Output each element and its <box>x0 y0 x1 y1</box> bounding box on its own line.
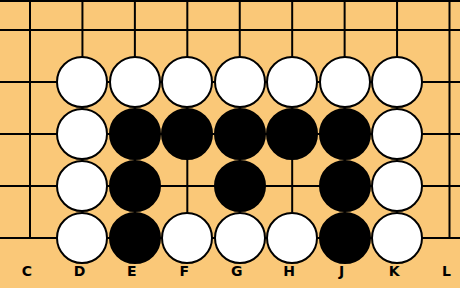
intersection-G3[interactable] <box>214 108 266 160</box>
intersection-F4[interactable] <box>161 56 213 108</box>
white-stone <box>161 212 213 264</box>
intersection-H4[interactable] <box>266 56 318 108</box>
intersection-D4[interactable] <box>56 56 108 108</box>
intersection-K2[interactable] <box>371 160 423 212</box>
intersection-D3[interactable] <box>56 108 108 160</box>
intersection-L2[interactable] <box>423 160 460 212</box>
intersection-K3[interactable] <box>371 108 423 160</box>
black-stone <box>319 212 371 264</box>
intersection-C5[interactable] <box>4 4 56 56</box>
white-stone <box>214 56 266 108</box>
col-label-D: D <box>74 264 86 279</box>
intersection-G2[interactable] <box>214 160 266 212</box>
intersection-E2[interactable] <box>109 160 161 212</box>
intersection-L1[interactable] <box>423 212 460 264</box>
intersection-L4[interactable] <box>423 56 460 108</box>
white-stone <box>266 56 318 108</box>
intersection-D2[interactable] <box>56 160 108 212</box>
intersection-F5[interactable] <box>161 4 213 56</box>
white-stone <box>56 160 108 212</box>
intersection-E4[interactable] <box>109 56 161 108</box>
white-stone <box>56 56 108 108</box>
intersection-L5[interactable] <box>423 4 460 56</box>
black-stone <box>319 108 371 160</box>
go-board <box>4 4 460 264</box>
col-label-J: J <box>339 264 344 279</box>
white-stone <box>266 212 318 264</box>
black-stone <box>214 108 266 160</box>
go-board-diagram: CDEFGHJKL <box>0 0 460 288</box>
intersection-F2[interactable] <box>161 160 213 212</box>
white-stone <box>371 56 423 108</box>
black-stone <box>109 108 161 160</box>
white-stone <box>371 108 423 160</box>
white-stone <box>319 56 371 108</box>
intersection-D1[interactable] <box>56 212 108 264</box>
col-label-L: L <box>442 264 451 279</box>
white-stone <box>109 56 161 108</box>
col-label-E: E <box>127 264 137 279</box>
intersection-J5[interactable] <box>318 4 370 56</box>
intersection-D5[interactable] <box>56 4 108 56</box>
intersection-G4[interactable] <box>214 56 266 108</box>
black-stone <box>214 160 266 212</box>
col-label-F: F <box>180 264 190 279</box>
intersection-C1[interactable] <box>4 212 56 264</box>
col-label-K: K <box>389 264 400 279</box>
white-stone <box>371 212 423 264</box>
intersection-J2[interactable] <box>318 160 370 212</box>
intersection-E1[interactable] <box>109 212 161 264</box>
black-stone <box>319 160 371 212</box>
intersection-G1[interactable] <box>214 212 266 264</box>
black-stone <box>109 160 161 212</box>
intersection-J1[interactable] <box>318 212 370 264</box>
intersection-H1[interactable] <box>266 212 318 264</box>
intersection-L3[interactable] <box>423 108 460 160</box>
col-label-H: H <box>283 264 295 279</box>
white-stone <box>56 108 108 160</box>
black-stone <box>266 108 318 160</box>
intersection-E3[interactable] <box>109 108 161 160</box>
col-label-G: G <box>231 264 243 279</box>
white-stone <box>161 56 213 108</box>
intersection-G5[interactable] <box>214 4 266 56</box>
intersection-J4[interactable] <box>318 56 370 108</box>
intersection-C3[interactable] <box>4 108 56 160</box>
intersection-H5[interactable] <box>266 4 318 56</box>
intersection-E5[interactable] <box>109 4 161 56</box>
white-stone <box>214 212 266 264</box>
col-label-C: C <box>22 264 32 279</box>
white-stone <box>56 212 108 264</box>
intersection-C4[interactable] <box>4 56 56 108</box>
intersection-K1[interactable] <box>371 212 423 264</box>
intersection-K5[interactable] <box>371 4 423 56</box>
intersection-F1[interactable] <box>161 212 213 264</box>
intersection-H2[interactable] <box>266 160 318 212</box>
intersection-F3[interactable] <box>161 108 213 160</box>
white-stone <box>371 160 423 212</box>
intersection-H3[interactable] <box>266 108 318 160</box>
black-stone <box>109 212 161 264</box>
black-stone <box>161 108 213 160</box>
intersection-C2[interactable] <box>4 160 56 212</box>
intersection-K4[interactable] <box>371 56 423 108</box>
intersection-J3[interactable] <box>318 108 370 160</box>
